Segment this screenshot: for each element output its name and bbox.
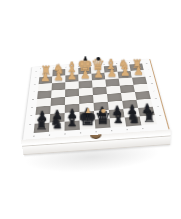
square-a8[interactable]: ♜ (140, 115, 157, 125)
square-f2[interactable]: ♟ (65, 75, 78, 83)
finger-notch-icon[interactable] (90, 134, 101, 139)
white-pawn-a2[interactable]: ♟ (133, 65, 143, 76)
white-queen-d1[interactable]: ♛ (91, 57, 105, 73)
white-rook-h1[interactable]: ♜ (40, 64, 51, 76)
black-rook-h8[interactable]: ♜ (35, 117, 48, 131)
square-h3[interactable] (38, 83, 52, 91)
white-rook-a1[interactable]: ♜ (132, 58, 143, 70)
square-g3[interactable] (52, 82, 66, 90)
square-e4[interactable] (79, 88, 93, 96)
square-d3[interactable] (92, 80, 106, 88)
square-a1[interactable]: ♜ (129, 64, 143, 71)
black-rook-a8[interactable]: ♜ (143, 110, 156, 124)
white-pawn-b2[interactable]: ♟ (120, 66, 130, 77)
scene-3d: ♜♞♝♚♛♝♞♜♟♟♟♟♟♟♟♟♟♟♟♟♟♟♟♟♜♞♝♚♛♝♞♜ (27, 30, 157, 160)
square-g1[interactable]: ♞ (52, 69, 65, 76)
chess-set-photo: ♜♞♝♚♛♝♞♜♟♟♟♟♟♟♟♟♟♟♟♟♟♟♟♟♜♞♝♚♛♝♞♜ (0, 0, 181, 219)
white-pawn-g2[interactable]: ♟ (54, 71, 64, 82)
white-king-e1[interactable]: ♚ (77, 56, 93, 74)
black-knight-b8[interactable]: ♞ (127, 110, 141, 125)
square-c2[interactable]: ♟ (105, 72, 119, 80)
black-bishop-c8[interactable]: ♝ (111, 110, 126, 127)
chess-board: ♜♞♝♚♛♝♞♜♟♟♟♟♟♟♟♟♟♟♟♟♟♟♟♟♜♞♝♚♛♝♞♜ (22, 59, 170, 140)
square-b8[interactable]: ♞ (125, 116, 142, 126)
square-h4[interactable] (37, 90, 51, 98)
square-h2[interactable]: ♟ (39, 76, 53, 84)
square-d2[interactable]: ♟ (92, 73, 106, 81)
square-e2[interactable]: ♟ (78, 74, 92, 82)
square-e3[interactable] (79, 80, 93, 88)
square-e1[interactable]: ♚ (78, 67, 91, 74)
white-bishop-c1[interactable]: ♝ (105, 58, 118, 72)
square-g2[interactable]: ♟ (52, 76, 65, 84)
border-ticks-top (40, 61, 142, 69)
black-knight-g8[interactable]: ♞ (50, 115, 64, 130)
white-pawn-c2[interactable]: ♟ (107, 67, 117, 78)
white-knight-g1[interactable]: ♞ (53, 62, 65, 75)
square-f3[interactable] (65, 81, 79, 89)
square-b4[interactable] (120, 85, 135, 93)
square-h1[interactable]: ♜ (39, 70, 52, 77)
square-b3[interactable] (119, 78, 134, 86)
box-front (21, 129, 171, 155)
square-f1[interactable]: ♝ (65, 68, 78, 75)
white-pawn-d2[interactable]: ♟ (93, 68, 103, 79)
white-pawn-h2[interactable]: ♟ (40, 72, 50, 83)
square-a3[interactable] (132, 77, 147, 85)
black-queen-d8[interactable]: ♛ (95, 109, 112, 128)
square-a4[interactable] (133, 84, 148, 92)
white-pawn-e2[interactable]: ♟ (80, 69, 90, 80)
square-c1[interactable]: ♝ (104, 65, 118, 72)
board-grid: ♜♞♝♚♛♝♞♜♟♟♟♟♟♟♟♟♟♟♟♟♟♟♟♟♜♞♝♚♛♝♞♜ (34, 64, 157, 133)
square-b2[interactable]: ♟ (118, 71, 132, 79)
square-g4[interactable] (51, 89, 65, 97)
square-d8[interactable]: ♛ (95, 118, 111, 128)
white-bishop-f1[interactable]: ♝ (66, 61, 79, 75)
square-d1[interactable]: ♛ (91, 66, 105, 73)
square-d4[interactable] (92, 87, 106, 95)
square-c8[interactable]: ♝ (110, 117, 126, 127)
white-pawn-f2[interactable]: ♟ (67, 70, 77, 81)
square-c3[interactable] (105, 79, 119, 87)
square-f4[interactable] (65, 89, 79, 97)
square-a2[interactable]: ♟ (131, 70, 146, 78)
square-g8[interactable]: ♞ (49, 122, 65, 132)
square-h8[interactable]: ♜ (34, 123, 50, 133)
white-knight-b1[interactable]: ♞ (118, 58, 130, 71)
square-b1[interactable]: ♞ (117, 65, 131, 72)
square-c4[interactable] (106, 86, 121, 94)
square-e8[interactable]: ♚ (80, 120, 96, 130)
